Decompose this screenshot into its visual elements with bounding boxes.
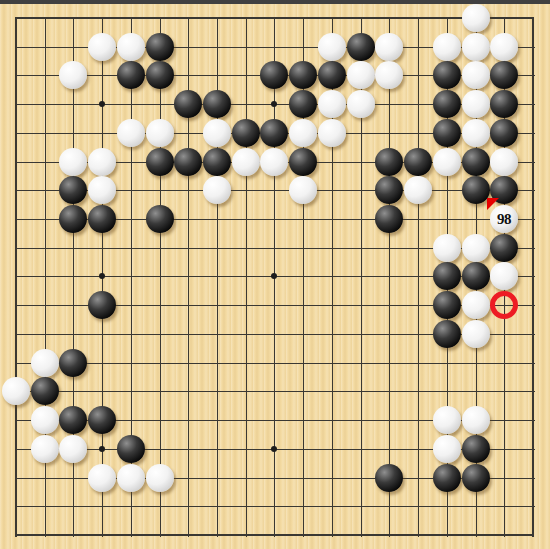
white-stone — [146, 119, 174, 147]
white-stone — [232, 148, 260, 176]
white-stone — [318, 33, 346, 61]
black-stone — [59, 349, 87, 377]
black-stone — [146, 33, 174, 61]
white-stone — [490, 148, 518, 176]
white-stone — [462, 61, 490, 89]
white-stone — [203, 119, 231, 147]
white-stone — [375, 33, 403, 61]
white-stone — [375, 61, 403, 89]
black-stone — [490, 61, 518, 89]
white-stone — [117, 464, 145, 492]
black-stone — [375, 148, 403, 176]
white-stone — [462, 320, 490, 348]
white-stone — [88, 148, 116, 176]
black-stone — [462, 176, 490, 204]
black-stone — [433, 262, 461, 290]
grid-line-horizontal — [15, 534, 534, 536]
black-stone — [88, 406, 116, 434]
black-stone — [260, 119, 288, 147]
white-stone — [433, 406, 461, 434]
grid-line-vertical — [15, 18, 17, 537]
white-stone — [433, 435, 461, 463]
black-stone — [462, 464, 490, 492]
black-stone — [462, 148, 490, 176]
white-stone — [289, 176, 317, 204]
black-stone — [375, 205, 403, 233]
white-stone — [88, 464, 116, 492]
black-stone — [490, 90, 518, 118]
grid-line-horizontal — [16, 363, 535, 364]
black-stone — [289, 90, 317, 118]
black-stone — [88, 205, 116, 233]
black-stone — [318, 61, 346, 89]
grid-line-vertical — [389, 18, 390, 537]
white-stone — [59, 435, 87, 463]
white-stone — [462, 234, 490, 262]
white-stone — [433, 148, 461, 176]
last-move-number-label: 98 — [490, 205, 518, 233]
black-stone — [117, 61, 145, 89]
black-stone — [289, 61, 317, 89]
white-stone — [59, 61, 87, 89]
white-stone — [88, 33, 116, 61]
white-stone — [490, 262, 518, 290]
black-stone — [88, 291, 116, 319]
white-stone — [490, 33, 518, 61]
star-point — [99, 101, 105, 107]
black-stone — [203, 148, 231, 176]
star-point — [271, 101, 277, 107]
white-stone — [260, 148, 288, 176]
star-point — [271, 273, 277, 279]
black-stone — [59, 176, 87, 204]
black-stone — [174, 90, 202, 118]
white-stone — [462, 33, 490, 61]
star-point — [271, 446, 277, 452]
black-stone — [490, 234, 518, 262]
white-stone — [117, 33, 145, 61]
white-stone — [31, 406, 59, 434]
black-stone — [174, 148, 202, 176]
black-stone — [375, 176, 403, 204]
next-move-circle-marker[interactable] — [490, 291, 518, 319]
black-stone — [289, 148, 317, 176]
black-stone — [375, 464, 403, 492]
black-stone — [462, 262, 490, 290]
grid-line-horizontal — [16, 391, 535, 392]
black-stone — [31, 377, 59, 405]
white-stone — [347, 61, 375, 89]
star-point — [99, 446, 105, 452]
white-stone — [31, 349, 59, 377]
grid-line-vertical — [246, 18, 247, 537]
white-stone — [462, 4, 490, 32]
black-stone — [146, 61, 174, 89]
black-stone — [347, 33, 375, 61]
white-stone — [318, 119, 346, 147]
black-stone — [490, 119, 518, 147]
go-board[interactable]: 98 — [0, 0, 550, 549]
grid-line-horizontal — [16, 506, 535, 507]
white-stone — [404, 176, 432, 204]
black-stone — [433, 291, 461, 319]
black-stone — [433, 90, 461, 118]
black-stone — [260, 61, 288, 89]
black-stone — [146, 148, 174, 176]
grid-line-vertical — [418, 18, 419, 537]
white-stone — [2, 377, 30, 405]
black-stone — [433, 61, 461, 89]
black-stone — [462, 435, 490, 463]
white-stone — [462, 90, 490, 118]
white-stone — [88, 176, 116, 204]
white-stone — [318, 90, 346, 118]
white-stone — [117, 119, 145, 147]
white-stone — [433, 234, 461, 262]
white-stone — [146, 464, 174, 492]
white-stone: 98 — [490, 205, 518, 233]
white-stone — [203, 176, 231, 204]
grid-line-vertical — [532, 18, 534, 537]
black-stone — [433, 320, 461, 348]
white-stone — [31, 435, 59, 463]
grid-line-vertical — [160, 18, 161, 537]
white-stone — [433, 33, 461, 61]
white-stone — [347, 90, 375, 118]
white-stone — [462, 119, 490, 147]
black-stone — [146, 205, 174, 233]
black-stone — [433, 119, 461, 147]
black-stone — [433, 464, 461, 492]
white-stone — [462, 291, 490, 319]
black-stone — [232, 119, 260, 147]
black-stone — [203, 90, 231, 118]
white-stone — [59, 148, 87, 176]
black-stone — [59, 205, 87, 233]
white-stone — [462, 406, 490, 434]
black-stone — [117, 435, 145, 463]
black-stone — [404, 148, 432, 176]
white-stone — [289, 119, 317, 147]
star-point — [99, 273, 105, 279]
black-stone — [59, 406, 87, 434]
top-bar — [0, 0, 550, 4]
